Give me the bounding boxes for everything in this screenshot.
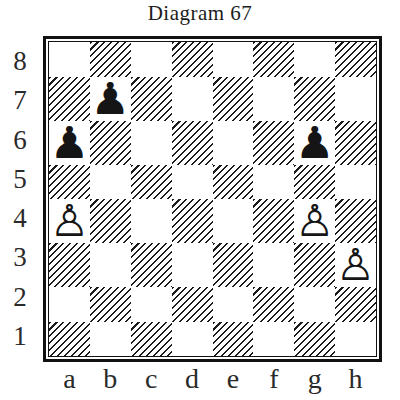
rank-label-6: 6 <box>6 121 34 160</box>
square-h5 <box>335 165 376 200</box>
square-f7 <box>253 77 294 121</box>
square-g8 <box>294 42 335 77</box>
piece-white-pawn-h3: ♙ <box>336 243 375 287</box>
square-b2 <box>90 287 131 322</box>
square-d7 <box>172 77 213 121</box>
board-inner-border: ♟♟♟♙♙♙ <box>48 41 377 357</box>
file-label-g: g <box>294 362 335 396</box>
square-f6 <box>253 121 294 165</box>
square-f3 <box>253 243 294 287</box>
file-label-h: h <box>335 362 376 396</box>
square-a7 <box>49 77 90 121</box>
square-e5 <box>213 165 254 200</box>
square-c7 <box>131 77 172 121</box>
square-e6 <box>213 121 254 165</box>
square-f8 <box>253 42 294 77</box>
rank-label-5: 5 <box>6 160 34 199</box>
square-f4 <box>253 199 294 243</box>
square-h7 <box>335 77 376 121</box>
square-a5 <box>49 165 90 200</box>
square-e4 <box>213 199 254 243</box>
square-c4 <box>131 199 172 243</box>
square-c2 <box>131 287 172 322</box>
chess-diagram-page: Diagram 67 87654321 ♟♟♟♙♙♙ abcdefgh <box>0 0 400 400</box>
square-c1 <box>131 322 172 357</box>
rank-label-3: 3 <box>6 238 34 277</box>
square-h1 <box>335 322 376 357</box>
rank-label-4: 4 <box>6 199 34 238</box>
square-b4 <box>90 199 131 243</box>
file-label-b: b <box>90 362 131 396</box>
square-d8 <box>172 42 213 77</box>
piece-white-pawn-a4: ♙ <box>50 199 89 243</box>
square-b1 <box>90 322 131 357</box>
square-b3 <box>90 243 131 287</box>
square-a8 <box>49 42 90 77</box>
piece-black-pawn-b7: ♟ <box>91 77 130 121</box>
file-label-d: d <box>172 362 213 396</box>
square-d1 <box>172 322 213 357</box>
piece-black-pawn-g6: ♟ <box>295 121 334 165</box>
square-c8 <box>131 42 172 77</box>
file-labels: abcdefgh <box>49 362 376 396</box>
rank-labels: 87654321 <box>6 42 34 356</box>
rank-label-1: 1 <box>6 317 34 356</box>
square-h2 <box>335 287 376 322</box>
square-h6 <box>335 121 376 165</box>
file-label-c: c <box>131 362 172 396</box>
square-c6 <box>131 121 172 165</box>
board-frame: ♟♟♟♙♙♙ <box>43 36 382 362</box>
square-f1 <box>253 322 294 357</box>
square-a1 <box>49 322 90 357</box>
file-label-f: f <box>253 362 294 396</box>
square-g6: ♟ <box>294 121 335 165</box>
square-d4 <box>172 199 213 243</box>
square-f2 <box>253 287 294 322</box>
square-h3: ♙ <box>335 243 376 287</box>
square-d5 <box>172 165 213 200</box>
rank-label-2: 2 <box>6 278 34 317</box>
square-h4 <box>335 199 376 243</box>
square-c3 <box>131 243 172 287</box>
square-g7 <box>294 77 335 121</box>
rank-label-7: 7 <box>6 81 34 120</box>
piece-white-pawn-g4: ♙ <box>295 199 334 243</box>
square-e7 <box>213 77 254 121</box>
square-b8 <box>90 42 131 77</box>
square-e1 <box>213 322 254 357</box>
file-label-a: a <box>49 362 90 396</box>
square-h8 <box>335 42 376 77</box>
square-g5 <box>294 165 335 200</box>
square-g3 <box>294 243 335 287</box>
square-c5 <box>131 165 172 200</box>
square-a3 <box>49 243 90 287</box>
square-b7: ♟ <box>90 77 131 121</box>
square-g4: ♙ <box>294 199 335 243</box>
square-g2 <box>294 287 335 322</box>
square-e3 <box>213 243 254 287</box>
square-b6 <box>90 121 131 165</box>
square-e2 <box>213 287 254 322</box>
square-a4: ♙ <box>49 199 90 243</box>
square-a2 <box>49 287 90 322</box>
diagram-title: Diagram 67 <box>0 1 400 26</box>
square-a6: ♟ <box>49 121 90 165</box>
square-d2 <box>172 287 213 322</box>
square-d6 <box>172 121 213 165</box>
piece-black-pawn-a6: ♟ <box>50 121 89 165</box>
square-b5 <box>90 165 131 200</box>
rank-label-8: 8 <box>6 42 34 81</box>
square-d3 <box>172 243 213 287</box>
square-f5 <box>253 165 294 200</box>
square-e8 <box>213 42 254 77</box>
chess-board: ♟♟♟♙♙♙ <box>49 42 376 356</box>
file-label-e: e <box>213 362 254 396</box>
square-g1 <box>294 322 335 357</box>
